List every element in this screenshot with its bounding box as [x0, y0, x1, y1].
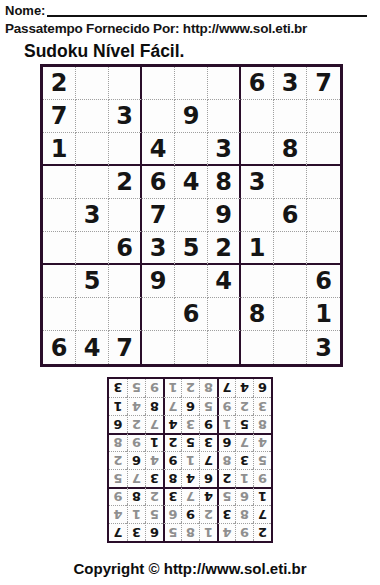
- cell-r7c5: [175, 265, 208, 298]
- cell-r9c6: [208, 331, 241, 364]
- cell-r6c5: 5: [175, 232, 208, 265]
- solution-cell-r8c6: 7: [163, 397, 181, 415]
- solution-cell-r6c7: 1: [145, 433, 163, 451]
- solution-cell-r9c6: 1: [163, 379, 181, 397]
- solution-cell-r9c2: 4: [235, 379, 253, 397]
- cell-r3c8: 8: [274, 133, 307, 166]
- solution-cell-r3c9: 9: [109, 487, 127, 505]
- cell-r1c9: 7: [307, 67, 340, 100]
- sudoku-puzzle-grid: 263773914382648337966352159466816473: [40, 64, 343, 367]
- solution-cell-r2c6: 6: [163, 505, 181, 523]
- cell-r9c9: 3: [307, 331, 340, 364]
- solution-cell-r7c2: 5: [235, 415, 253, 433]
- solution-cell-r3c5: 7: [181, 487, 199, 505]
- cell-r3c5: [175, 133, 208, 166]
- solution-cell-r9c8: 5: [127, 379, 145, 397]
- solution-cell-r2c7: 5: [145, 505, 163, 523]
- solution-cell-r4c9: 5: [109, 469, 127, 487]
- solution-cell-r8c9: 1: [109, 397, 127, 415]
- name-label: Nome:: [5, 3, 45, 18]
- cell-r1c7: 6: [241, 67, 274, 100]
- cell-r4c6: 8: [208, 166, 241, 199]
- solution-cell-r3c3: 5: [217, 487, 235, 505]
- cell-r8c7: 8: [241, 298, 274, 331]
- sudoku-solution-grid: 2941856377832965141654732899126483755387…: [107, 377, 273, 543]
- solution-cell-r4c4: 6: [199, 469, 217, 487]
- solution-cell-r9c5: 2: [181, 379, 199, 397]
- cell-r2c7: [241, 100, 274, 133]
- cell-r6c6: 2: [208, 232, 241, 265]
- solution-cell-r6c8: 9: [127, 433, 145, 451]
- solution-cell-r5c9: 2: [109, 451, 127, 469]
- cell-r7c4: 9: [142, 265, 175, 298]
- cell-r4c1: [43, 166, 76, 199]
- cell-r9c1: 6: [43, 331, 76, 364]
- solution-cell-r4c7: 3: [145, 469, 163, 487]
- cell-r3c9: [307, 133, 340, 166]
- solution-cell-r6c2: 7: [235, 433, 253, 451]
- solution-cell-r2c1: 7: [253, 505, 271, 523]
- solution-cell-r7c7: 7: [145, 415, 163, 433]
- solution-cell-r4c3: 2: [217, 469, 235, 487]
- cell-r1c2: [76, 67, 109, 100]
- solution-cell-r1c4: 1: [199, 523, 217, 541]
- solution-cell-r7c6: 4: [163, 415, 181, 433]
- cell-r6c4: 3: [142, 232, 175, 265]
- cell-r5c8: 6: [274, 199, 307, 232]
- cell-r3c6: 3: [208, 133, 241, 166]
- solution-cell-r4c8: 7: [127, 469, 145, 487]
- solution-cell-r4c6: 8: [163, 469, 181, 487]
- solution-cell-r9c7: 9: [145, 379, 163, 397]
- name-field-row: Nome:: [5, 3, 367, 18]
- cell-r3c2: [76, 133, 109, 166]
- solution-cell-r6c1: 4: [253, 433, 271, 451]
- cell-r6c8: [274, 232, 307, 265]
- solution-cell-r6c5: 5: [181, 433, 199, 451]
- solution-cell-r5c4: 7: [199, 451, 217, 469]
- solution-cell-r5c5: 1: [181, 451, 199, 469]
- solution-cell-r7c4: 9: [199, 415, 217, 433]
- solution-cell-r8c3: 9: [217, 397, 235, 415]
- cell-r4c9: [307, 166, 340, 199]
- cell-r8c2: [76, 298, 109, 331]
- cell-r8c9: 1: [307, 298, 340, 331]
- solution-cell-r2c3: 3: [217, 505, 235, 523]
- cell-r6c2: [76, 232, 109, 265]
- solution-cell-r2c9: 4: [109, 505, 127, 523]
- cell-r5c4: 7: [142, 199, 175, 232]
- page-title: Sudoku Nível Fácil.: [24, 41, 184, 62]
- solution-cell-r9c4: 8: [199, 379, 217, 397]
- cell-r9c4: [142, 331, 175, 364]
- solution-cell-r4c1: 9: [253, 469, 271, 487]
- cell-r7c8: [274, 265, 307, 298]
- solution-cell-r7c1: 8: [253, 415, 271, 433]
- cell-r6c7: 1: [241, 232, 274, 265]
- cell-r2c3: 3: [109, 100, 142, 133]
- cell-r4c5: 4: [175, 166, 208, 199]
- cell-r1c1: 2: [43, 67, 76, 100]
- cell-r7c7: [241, 265, 274, 298]
- cell-r1c8: 3: [274, 67, 307, 100]
- cell-r5c2: 3: [76, 199, 109, 232]
- solution-cell-r8c5: 6: [181, 397, 199, 415]
- cell-r9c2: 4: [76, 331, 109, 364]
- solution-cell-r3c4: 4: [199, 487, 217, 505]
- solution-cell-r7c9: 6: [109, 415, 127, 433]
- cell-r5c6: 9: [208, 199, 241, 232]
- solution-cell-r3c8: 8: [127, 487, 145, 505]
- copyright-notice: Copyright © http://www.sol.eti.br: [0, 560, 380, 577]
- solution-cell-r3c1: 1: [253, 487, 271, 505]
- cell-r7c2: 5: [76, 265, 109, 298]
- solution-cell-r4c2: 1: [235, 469, 253, 487]
- cell-r6c9: [307, 232, 340, 265]
- cell-r9c3: 7: [109, 331, 142, 364]
- cell-r4c2: [76, 166, 109, 199]
- solution-cell-r1c7: 6: [145, 523, 163, 541]
- solution-cell-r6c6: 2: [163, 433, 181, 451]
- cell-r4c7: 3: [241, 166, 274, 199]
- solution-cell-r8c2: 2: [235, 397, 253, 415]
- cell-r4c8: [274, 166, 307, 199]
- cell-r7c6: 4: [208, 265, 241, 298]
- cell-r5c7: [241, 199, 274, 232]
- provider-line: Passatempo Fornecido Por: http://www.sol…: [5, 21, 307, 36]
- cell-r2c2: [76, 100, 109, 133]
- solution-cell-r9c1: 6: [253, 379, 271, 397]
- name-blank-line: [47, 14, 367, 17]
- cell-r5c3: [109, 199, 142, 232]
- solution-cell-r1c2: 9: [235, 523, 253, 541]
- cell-r3c1: 1: [43, 133, 76, 166]
- solution-cell-r7c5: 3: [181, 415, 199, 433]
- cell-r3c7: [241, 133, 274, 166]
- cell-r3c3: [109, 133, 142, 166]
- solution-cell-r5c6: 9: [163, 451, 181, 469]
- solution-cell-r8c8: 4: [127, 397, 145, 415]
- cell-r6c3: 6: [109, 232, 142, 265]
- cell-r3c4: 4: [142, 133, 175, 166]
- cell-r8c1: [43, 298, 76, 331]
- cell-r8c4: [142, 298, 175, 331]
- cell-r1c3: [109, 67, 142, 100]
- cell-r9c5: [175, 331, 208, 364]
- cell-r8c5: 6: [175, 298, 208, 331]
- cell-r5c1: [43, 199, 76, 232]
- cell-r1c4: [142, 67, 175, 100]
- cell-r2c5: 9: [175, 100, 208, 133]
- cell-r2c4: [142, 100, 175, 133]
- cell-r6c1: [43, 232, 76, 265]
- solution-cell-r9c3: 7: [217, 379, 235, 397]
- cell-r7c9: 6: [307, 265, 340, 298]
- cell-r8c6: [208, 298, 241, 331]
- solution-cell-r2c5: 9: [181, 505, 199, 523]
- solution-cell-r6c4: 3: [199, 433, 217, 451]
- cell-r5c9: [307, 199, 340, 232]
- cell-r7c3: [109, 265, 142, 298]
- solution-cell-r2c4: 2: [199, 505, 217, 523]
- solution-cell-r1c3: 4: [217, 523, 235, 541]
- cell-r2c1: 7: [43, 100, 76, 133]
- cell-r2c8: [274, 100, 307, 133]
- solution-cell-r5c3: 8: [217, 451, 235, 469]
- solution-cell-r3c6: 3: [163, 487, 181, 505]
- solution-cell-r9c9: 3: [109, 379, 127, 397]
- solution-cell-r2c8: 1: [127, 505, 145, 523]
- solution-cell-r6c9: 8: [109, 433, 127, 451]
- solution-cell-r5c7: 4: [145, 451, 163, 469]
- cell-r1c6: [208, 67, 241, 100]
- solution-cell-r3c2: 6: [235, 487, 253, 505]
- cell-r5c5: [175, 199, 208, 232]
- solution-cell-r5c8: 6: [127, 451, 145, 469]
- solution-cell-r1c1: 2: [253, 523, 271, 541]
- cell-r2c6: [208, 100, 241, 133]
- cell-r2c9: [307, 100, 340, 133]
- solution-cell-r5c2: 3: [235, 451, 253, 469]
- cell-r8c8: [274, 298, 307, 331]
- solution-cell-r8c1: 3: [253, 397, 271, 415]
- cell-r9c7: [241, 331, 274, 364]
- solution-cell-r7c8: 2: [127, 415, 145, 433]
- cell-r4c4: 6: [142, 166, 175, 199]
- cell-r8c3: [109, 298, 142, 331]
- solution-cell-r7c3: 1: [217, 415, 235, 433]
- solution-cell-r8c4: 5: [199, 397, 217, 415]
- solution-cell-r3c7: 2: [145, 487, 163, 505]
- solution-cell-r8c7: 8: [145, 397, 163, 415]
- cell-r9c8: [274, 331, 307, 364]
- cell-r7c1: [43, 265, 76, 298]
- solution-cell-r1c8: 3: [127, 523, 145, 541]
- cell-r1c5: [175, 67, 208, 100]
- solution-cell-r1c9: 7: [109, 523, 127, 541]
- solution-cell-r2c2: 8: [235, 505, 253, 523]
- solution-cell-r1c5: 8: [181, 523, 199, 541]
- solution-cell-r6c3: 6: [217, 433, 235, 451]
- solution-cell-r5c1: 5: [253, 451, 271, 469]
- solution-cell-r1c6: 5: [163, 523, 181, 541]
- solution-cell-r4c5: 4: [181, 469, 199, 487]
- cell-r4c3: 2: [109, 166, 142, 199]
